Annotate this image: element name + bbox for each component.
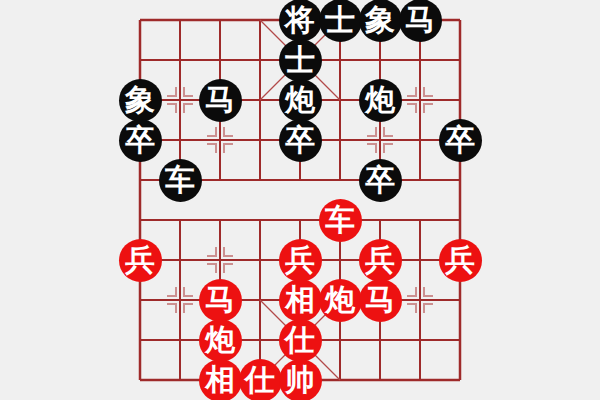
piece-red-horse-1[interactable]: 马	[199, 279, 242, 322]
piece-red-cannon-1[interactable]: 炮	[319, 279, 362, 322]
piece-black-soldier-4[interactable]: 卒	[359, 159, 402, 202]
piece-black-cannon-1[interactable]: 炮	[279, 79, 322, 122]
piece-red-pawn-4[interactable]: 兵	[439, 239, 482, 282]
piece-black-horse-1[interactable]: 马	[399, 0, 442, 42]
piece-black-cannon-2[interactable]: 炮	[359, 79, 402, 122]
piece-red-pawn-2[interactable]: 兵	[279, 239, 322, 282]
piece-red-pawn-1[interactable]: 兵	[119, 239, 162, 282]
piece-red-elephant-1[interactable]: 相	[279, 279, 322, 322]
piece-red-cannon-2[interactable]: 炮	[199, 319, 242, 362]
piece-red-king[interactable]: 帅	[279, 359, 322, 400]
piece-red-chariot[interactable]: 车	[319, 199, 362, 242]
piece-red-advisor-1[interactable]: 仕	[279, 319, 322, 362]
piece-black-advisor-2[interactable]: 士	[279, 39, 322, 82]
piece-black-elephant-1[interactable]: 象	[359, 0, 402, 42]
piece-red-pawn-3[interactable]: 兵	[359, 239, 402, 282]
piece-black-horse-2[interactable]: 马	[199, 79, 242, 122]
piece-black-chariot[interactable]: 车	[159, 159, 202, 202]
xiangqi-board: 将士象马士象马炮炮卒卒卒车卒车兵兵兵兵马相炮马炮仕相仕帅	[0, 0, 600, 400]
piece-black-soldier-2[interactable]: 卒	[279, 119, 322, 162]
piece-black-soldier-3[interactable]: 卒	[439, 119, 482, 162]
piece-black-advisor-1[interactable]: 士	[319, 0, 362, 42]
piece-red-elephant-2[interactable]: 相	[199, 359, 242, 400]
piece-black-elephant-2[interactable]: 象	[119, 79, 162, 122]
piece-black-general[interactable]: 将	[279, 0, 322, 42]
piece-black-soldier-1[interactable]: 卒	[119, 119, 162, 162]
pieces-layer: 将士象马士象马炮炮卒卒卒车卒车兵兵兵兵马相炮马炮仕相仕帅	[0, 0, 600, 400]
piece-red-horse-2[interactable]: 马	[359, 279, 402, 322]
piece-red-advisor-2[interactable]: 仕	[239, 359, 282, 400]
